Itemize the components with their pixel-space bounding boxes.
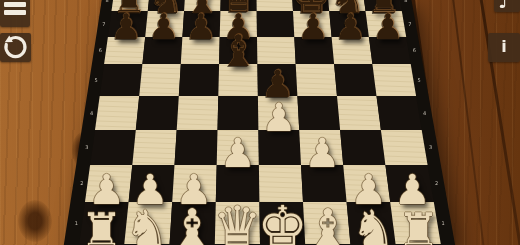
square-h3[interactable] (381, 130, 428, 165)
white-bishop-f1[interactable]: ♝ (305, 203, 351, 245)
info-icon: i (501, 37, 506, 56)
black-bishop-d6[interactable]: ♝ (219, 29, 258, 73)
rank-label-right-1: 1 (442, 220, 445, 226)
black-pawn-a7[interactable]: ♟ (110, 9, 142, 45)
white-knight-b1[interactable]: ♞ (125, 205, 169, 245)
music-note-icon: ♪ (498, 0, 511, 13)
black-pawn-g7[interactable]: ♟ (335, 9, 367, 45)
square-h4[interactable] (377, 96, 422, 130)
chess-board[interactable]: 8877665544332211 ♜♞♝♛♚♞♜♟♟♟♟♟♟♟♝♟♟♟♟♟♟♟♟… (0, 0, 520, 245)
square-b3[interactable] (132, 130, 176, 165)
rank-label-left-8: 8 (106, 0, 109, 3)
white-pawn-f3[interactable]: ♟ (304, 133, 340, 173)
rank-label-left-1: 1 (75, 220, 78, 226)
black-pawn-f7[interactable]: ♟ (297, 9, 329, 45)
black-pawn-h7[interactable]: ♟ (372, 9, 404, 45)
info-button[interactable]: i (488, 33, 520, 62)
white-rook-h1[interactable]: ♜ (397, 206, 440, 245)
restart-icon (0, 33, 31, 62)
square-g5[interactable] (334, 64, 376, 96)
square-c3[interactable] (175, 130, 218, 165)
square-e8[interactable] (256, 0, 293, 11)
white-knight-g1[interactable]: ♞ (351, 205, 395, 245)
square-f5[interactable] (296, 64, 337, 96)
square-b5[interactable] (139, 64, 181, 96)
square-a5[interactable] (100, 64, 143, 96)
black-pawn-c7[interactable]: ♟ (185, 9, 217, 45)
rank-label-left-7: 7 (102, 21, 105, 27)
menu-icon (4, 2, 26, 7)
square-c4[interactable] (177, 96, 219, 130)
square-e6[interactable] (257, 37, 296, 64)
menu-icon (4, 10, 26, 15)
rank-label-right-6: 6 (413, 47, 416, 53)
square-g3[interactable] (340, 130, 385, 165)
rank-label-right-5: 5 (418, 77, 421, 83)
rank-label-left-2: 2 (80, 180, 83, 186)
white-king-e1[interactable]: ♚ (257, 199, 307, 245)
square-c5[interactable] (179, 64, 219, 96)
white-pawn-d3[interactable]: ♟ (220, 133, 256, 173)
rank-label-right-3: 3 (429, 144, 432, 150)
chess-app-screen: 8877665544332211 ♜♞♝♛♚♞♜♟♟♟♟♟♟♟♝♟♟♟♟♟♟♟♟… (0, 0, 520, 245)
square-a4[interactable] (95, 96, 139, 130)
rank-label-left-6: 6 (99, 47, 102, 53)
square-f4[interactable] (297, 96, 340, 130)
white-bishop-c1[interactable]: ♝ (169, 203, 215, 245)
rank-label-right-2: 2 (435, 180, 438, 186)
sound-button[interactable]: ♪ (494, 0, 520, 12)
square-b4[interactable] (136, 96, 179, 130)
rank-label-left-4: 4 (90, 110, 93, 116)
white-pawn-e4[interactable]: ♟ (261, 99, 296, 138)
square-e7[interactable] (257, 11, 295, 37)
square-d4[interactable] (218, 96, 259, 130)
rank-label-left-3: 3 (85, 144, 88, 150)
restart-button[interactable] (0, 33, 31, 62)
rank-label-right-4: 4 (423, 110, 426, 116)
square-g4[interactable] (337, 96, 381, 130)
white-rook-a1[interactable]: ♜ (80, 206, 123, 245)
square-h5[interactable] (372, 64, 416, 96)
rank-label-right-8: 8 (404, 0, 407, 3)
rank-label-left-5: 5 (95, 77, 98, 83)
rank-label-right-7: 7 (408, 21, 411, 27)
square-a3[interactable] (90, 130, 136, 165)
menu-button[interactable] (0, 0, 30, 27)
black-pawn-b7[interactable]: ♟ (148, 9, 180, 45)
white-queen-d1[interactable]: ♛ (213, 200, 262, 245)
